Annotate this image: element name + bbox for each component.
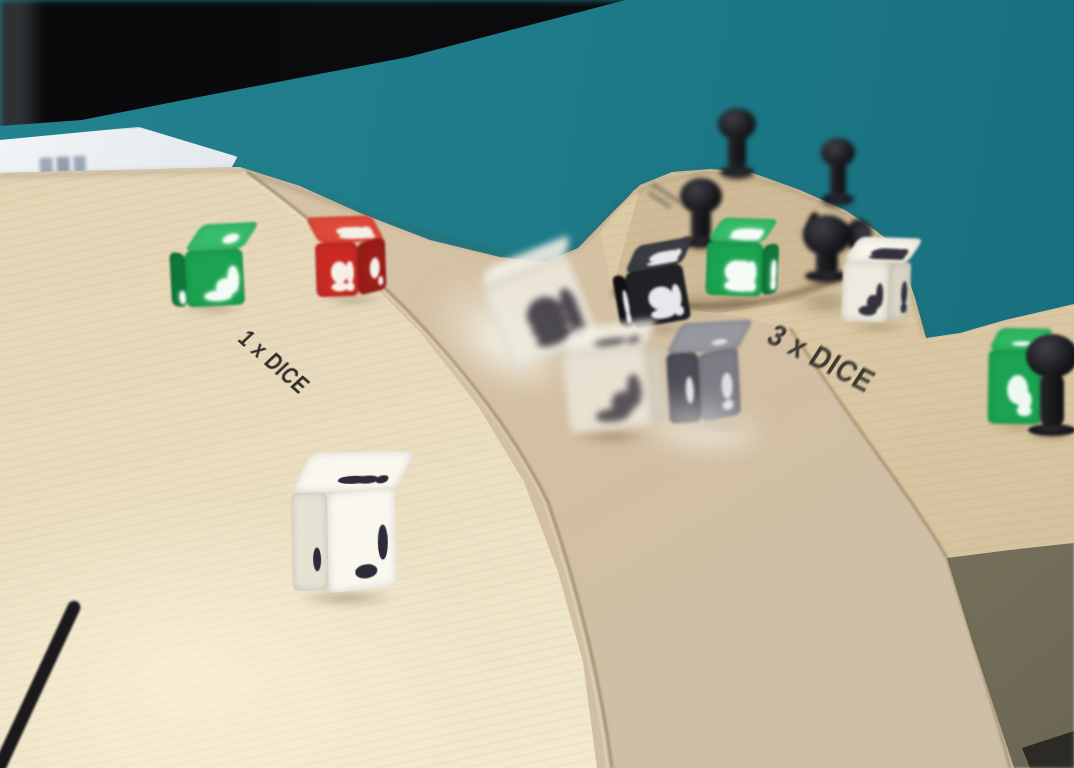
die-pip	[709, 338, 729, 346]
smoke-grey-die-face	[666, 352, 702, 424]
die-pip	[674, 305, 685, 316]
red-die-face	[357, 237, 387, 296]
smoke-grey-die-face	[698, 347, 741, 423]
green-die-centre[interactable]	[705, 241, 779, 297]
die-pip	[771, 279, 776, 289]
peg-neck	[728, 136, 745, 168]
die-pip	[747, 261, 757, 284]
peg-base	[822, 193, 853, 205]
die-pip	[346, 261, 354, 284]
white-die-foreground-face	[291, 451, 416, 493]
white-die-foreground-face	[291, 492, 329, 591]
peg-neck	[691, 210, 710, 238]
die-pip	[179, 290, 185, 304]
die-pip	[900, 280, 907, 306]
peg-neck	[830, 163, 846, 195]
white-die-foreground[interactable]	[291, 491, 397, 593]
red-die-face	[315, 242, 359, 297]
die-pip	[374, 475, 390, 483]
tumblin-dice-scene: 1 x DICE 3 x DICE	[0, 0, 1074, 768]
die-pip	[347, 281, 355, 290]
white-die-tumbling-lower[interactable]	[561, 346, 653, 434]
green-die-left[interactable]	[184, 249, 245, 308]
die-pip	[721, 372, 733, 400]
white-die-foreground-face	[327, 486, 397, 593]
peg-head	[1026, 334, 1074, 378]
smoke-grey-die[interactable]	[666, 350, 742, 424]
die-pip	[220, 233, 242, 243]
green-die-left-face	[184, 249, 245, 308]
green-die-centre-face	[761, 243, 779, 296]
white-die-3x[interactable]	[841, 261, 911, 323]
black-peg-edge-right[interactable]	[1026, 334, 1074, 436]
die-pip	[900, 302, 907, 313]
die-pip	[596, 407, 631, 423]
die-pip	[685, 377, 695, 404]
peg-head	[803, 215, 851, 256]
dark-background	[0, 0, 680, 150]
die-pip	[592, 337, 628, 347]
black-peg-far-left[interactable]	[718, 108, 756, 178]
die-pip	[355, 563, 378, 579]
peg-neck	[816, 252, 838, 272]
die-pip	[626, 335, 642, 343]
die-pip	[378, 276, 383, 286]
black-die-face	[625, 263, 692, 328]
white-die-3x-face	[887, 261, 911, 322]
green-die-centre-face	[705, 241, 763, 297]
white-die-3x-face	[841, 261, 889, 323]
peg-base	[720, 166, 755, 178]
peg-head	[680, 178, 722, 214]
die-pip	[892, 255, 905, 260]
die-pip	[746, 282, 756, 291]
die-pip	[313, 547, 321, 571]
die-pip	[204, 290, 231, 301]
die-pip	[750, 235, 762, 240]
black-peg-far-right[interactable]	[821, 138, 855, 205]
die-pip	[858, 306, 876, 316]
die-pip	[378, 524, 388, 560]
red-die[interactable]	[315, 241, 387, 297]
peg-base	[1028, 424, 1074, 436]
peg-neck	[1040, 374, 1064, 426]
black-die[interactable]	[625, 263, 692, 328]
white-die-tumbling-lower-face	[561, 346, 653, 434]
die-pip	[723, 398, 734, 410]
